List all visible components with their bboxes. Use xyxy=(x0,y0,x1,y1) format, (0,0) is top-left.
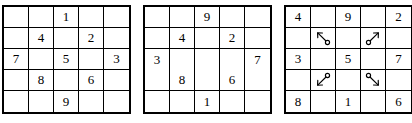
cell-number: 6 xyxy=(395,94,402,110)
cell-r3c4 xyxy=(220,49,245,70)
cell-r3c4 xyxy=(79,49,104,70)
cell-number: 7 xyxy=(254,52,261,68)
cell-r5c5 xyxy=(104,91,129,112)
cell-r1c2 xyxy=(311,7,336,28)
cell-number: 8 xyxy=(179,72,186,88)
cell-r2c4 xyxy=(361,28,386,49)
cell-r2c4: 2 xyxy=(79,28,104,49)
cell-r3c5: 3 xyxy=(104,49,129,70)
cell-number: 7 xyxy=(13,51,20,67)
cell-r5c5: 6 xyxy=(386,91,411,112)
magic-square-grid-3: 492357816 xyxy=(284,5,412,114)
cell-r4c1 xyxy=(286,70,311,91)
cell-r4c3 xyxy=(54,70,79,91)
cell-r5c4 xyxy=(220,91,245,112)
cell-number: 3 xyxy=(295,51,302,67)
cell-r1c1 xyxy=(4,7,29,28)
cell-r3c4 xyxy=(361,49,386,70)
arrow-ne-icon xyxy=(363,29,383,47)
arrow-nw-icon xyxy=(313,29,333,47)
cell-r5c3: 1 xyxy=(195,91,220,112)
cell-r4c1 xyxy=(145,70,170,91)
cell-r5c3: 1 xyxy=(336,91,361,112)
cell-r5c2 xyxy=(170,91,195,112)
cell-r3c5: 7 xyxy=(386,49,411,70)
cell-r1c1 xyxy=(145,7,170,28)
cell-r3c3: 5 xyxy=(336,49,361,70)
cell-r3c5: 7 xyxy=(245,49,270,70)
cell-r1c1: 4 xyxy=(286,7,311,28)
cell-r4c5 xyxy=(104,70,129,91)
arrow-se-icon xyxy=(363,71,383,89)
cell-r4c3 xyxy=(336,70,361,91)
cell-number: 6 xyxy=(88,72,95,88)
cell-r3c3: 5 xyxy=(54,49,79,70)
cell-r3c2 xyxy=(170,49,195,70)
magic-square-grid-2: 94237861 xyxy=(143,5,272,114)
cell-number: 5 xyxy=(63,51,70,67)
cell-r1c3: 9 xyxy=(195,7,220,28)
cell-number: 4 xyxy=(38,30,45,46)
cell-number: 9 xyxy=(204,9,211,25)
cell-r5c2 xyxy=(29,91,54,112)
cell-r3c1: 3 xyxy=(145,49,170,70)
cell-number: 9 xyxy=(345,9,352,25)
cell-r1c3: 1 xyxy=(54,7,79,28)
cell-r1c5 xyxy=(104,7,129,28)
cell-r2c5 xyxy=(104,28,129,49)
cell-r2c1 xyxy=(145,28,170,49)
arrow-sw-icon xyxy=(313,71,333,89)
cell-number: 3 xyxy=(113,51,120,67)
cell-r2c1 xyxy=(286,28,311,49)
cell-number: 6 xyxy=(229,72,236,88)
cell-r5c4 xyxy=(79,91,104,112)
cell-r2c5 xyxy=(386,28,411,49)
cell-number: 2 xyxy=(395,9,402,25)
cell-r5c1: 8 xyxy=(286,91,311,112)
cell-r4c2: 8 xyxy=(170,70,195,91)
cell-r4c2 xyxy=(311,70,336,91)
cell-number: 9 xyxy=(63,94,70,110)
cell-number: 1 xyxy=(345,94,352,110)
cell-r1c5: 2 xyxy=(386,7,411,28)
cell-r5c4 xyxy=(361,91,386,112)
cell-r3c3 xyxy=(195,49,220,70)
cell-r4c4 xyxy=(361,70,386,91)
cell-number: 5 xyxy=(345,51,352,67)
cell-r3c2 xyxy=(29,49,54,70)
cell-number: 3 xyxy=(154,52,161,68)
cell-number: 8 xyxy=(38,72,45,88)
cell-r4c2: 8 xyxy=(29,70,54,91)
cell-r1c2 xyxy=(29,7,54,28)
cell-r4c4: 6 xyxy=(220,70,245,91)
cell-number: 7 xyxy=(395,51,402,67)
cell-r1c2 xyxy=(170,7,195,28)
magic-square-grid-1: 142753869 xyxy=(2,5,131,114)
cell-r1c3: 9 xyxy=(336,7,361,28)
cell-r2c2: 4 xyxy=(29,28,54,49)
cell-number: 1 xyxy=(204,94,211,110)
cell-r5c1 xyxy=(145,91,170,112)
cell-r4c5 xyxy=(245,70,270,91)
cell-r2c5 xyxy=(245,28,270,49)
cell-r5c1 xyxy=(4,91,29,112)
cell-r2c3 xyxy=(336,28,361,49)
cell-r2c3 xyxy=(195,28,220,49)
cell-number: 4 xyxy=(179,30,186,46)
cell-r1c5 xyxy=(245,7,270,28)
cell-r2c3 xyxy=(54,28,79,49)
cell-r2c1 xyxy=(4,28,29,49)
cell-number: 2 xyxy=(229,30,236,46)
cell-number: 4 xyxy=(295,9,302,25)
cell-r3c1: 7 xyxy=(4,49,29,70)
cell-r1c4 xyxy=(361,7,386,28)
cell-r2c2 xyxy=(311,28,336,49)
cell-r2c4: 2 xyxy=(220,28,245,49)
cell-r3c2 xyxy=(311,49,336,70)
cell-r5c2 xyxy=(311,91,336,112)
cell-r4c5 xyxy=(386,70,411,91)
cell-r1c4 xyxy=(79,7,104,28)
cell-r2c2: 4 xyxy=(170,28,195,49)
cell-number: 8 xyxy=(295,94,302,110)
cell-r4c4: 6 xyxy=(79,70,104,91)
cell-number: 1 xyxy=(63,9,70,25)
cell-r5c5 xyxy=(245,91,270,112)
cell-number: 2 xyxy=(88,30,95,46)
cell-r4c1 xyxy=(4,70,29,91)
cell-r5c3: 9 xyxy=(54,91,79,112)
cell-r1c4 xyxy=(220,7,245,28)
cell-r4c3 xyxy=(195,70,220,91)
cell-r3c1: 3 xyxy=(286,49,311,70)
